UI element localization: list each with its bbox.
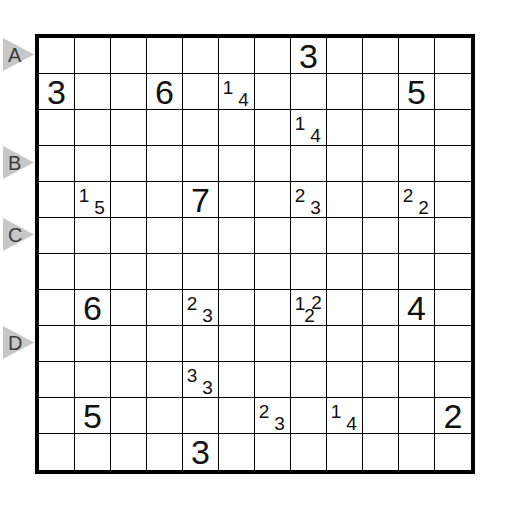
clue-number: 4 [407,291,426,325]
cell-r8c4[interactable] [147,290,183,326]
cell-r7c8[interactable] [291,254,327,290]
cell-r10c5: 33 [183,362,219,398]
cell-r12c6[interactable] [219,434,255,470]
cell-r5c3[interactable] [111,182,147,218]
cell-r1c2[interactable] [75,38,111,74]
cell-r5c2: 15 [75,182,111,218]
cell-r10c12[interactable] [435,362,471,398]
cell-r4c1[interactable] [39,146,75,182]
clue-number-small: 1 [331,402,342,421]
clue-number: 5 [83,399,102,433]
clue-number-small: 3 [202,378,213,397]
clue-number-small: 4 [346,414,357,433]
cell-r8c11: 4 [399,290,435,326]
cell-r6c3[interactable] [111,218,147,254]
cell-r11c12: 2 [435,398,471,434]
cell-r12c7[interactable] [255,434,291,470]
clue-number-small: 4 [310,126,321,145]
cell-r2c1: 3 [39,74,75,110]
cell-r3c10[interactable] [363,110,399,146]
cell-r8c5: 23 [183,290,219,326]
cell-r7c10[interactable] [363,254,399,290]
cell-r5c6[interactable] [219,182,255,218]
cell-r12c3[interactable] [111,434,147,470]
clue-number-small: 2 [418,198,429,217]
cell-r8c9[interactable] [327,290,363,326]
cell-r10c3[interactable] [111,362,147,398]
cell-r2c10[interactable] [363,74,399,110]
clue-number-small: 2 [187,294,198,313]
cell-r10c11[interactable] [399,362,435,398]
cell-r5c11: 22 [399,182,435,218]
cell-r5c8: 23 [291,182,327,218]
cell-r6c2[interactable] [75,218,111,254]
cell-r7c3[interactable] [111,254,147,290]
cell-r4c4[interactable] [147,146,183,182]
cell-r7c1[interactable] [39,254,75,290]
cell-r4c3[interactable] [111,146,147,182]
cell-r11c10[interactable] [363,398,399,434]
cell-r3c3[interactable] [111,110,147,146]
cell-r1c10[interactable] [363,38,399,74]
cell-r4c8[interactable] [291,146,327,182]
clue-number-small: 4 [238,90,249,109]
cell-r4c9[interactable] [327,146,363,182]
cell-r9c10[interactable] [363,326,399,362]
clue-number-small: 3 [274,414,285,433]
cell-r11c3[interactable] [111,398,147,434]
cell-r12c1[interactable] [39,434,75,470]
cell-r6c7[interactable] [255,218,291,254]
cell-r5c5: 7 [183,182,219,218]
cell-r7c2[interactable] [75,254,111,290]
cell-r11c7: 23 [255,398,291,434]
clue-number: 5 [407,75,426,109]
cell-r8c12[interactable] [435,290,471,326]
arrow-letter-d: D [8,331,22,354]
clue-number: 3 [47,75,66,109]
answer-arrow-c: C [3,218,34,251]
answer-arrow-d: D [3,326,34,359]
cell-r3c2[interactable] [75,110,111,146]
cell-r7c5[interactable] [183,254,219,290]
cell-r6c10[interactable] [363,218,399,254]
cell-r8c6[interactable] [219,290,255,326]
cell-r6c8[interactable] [291,218,327,254]
cell-r4c10[interactable] [363,146,399,182]
cell-r11c6[interactable] [219,398,255,434]
cell-r3c12[interactable] [435,110,471,146]
cell-r8c7[interactable] [255,290,291,326]
clue-number-small: 3 [310,198,321,217]
cell-r4c12[interactable] [435,146,471,182]
cell-r1c3[interactable] [111,38,147,74]
cell-r6c11[interactable] [399,218,435,254]
cell-r3c8: 14 [291,110,327,146]
cell-r1c11[interactable] [399,38,435,74]
cell-r10c2[interactable] [75,362,111,398]
cell-r6c6[interactable] [219,218,255,254]
cell-r3c9[interactable] [327,110,363,146]
cell-r9c11[interactable] [399,326,435,362]
cell-r2c2[interactable] [75,74,111,110]
answer-arrow-a: A [3,38,34,71]
arrow-letter-a: A [8,43,21,66]
clue-number: 7 [191,183,210,217]
cell-r3c1[interactable] [39,110,75,146]
cell-r1c4[interactable] [147,38,183,74]
clue-number-small: 2 [403,186,414,205]
cell-r6c4[interactable] [147,218,183,254]
clue-number-small: 3 [187,366,198,385]
clue-number-small: 2 [259,402,270,421]
cell-r11c2: 5 [75,398,111,434]
cell-r5c9[interactable] [327,182,363,218]
cell-r12c8[interactable] [291,434,327,470]
cell-r7c7[interactable] [255,254,291,290]
cell-r10c6[interactable] [219,362,255,398]
cell-r10c4[interactable] [147,362,183,398]
cell-r4c2[interactable] [75,146,111,182]
clue-number-small: 2 [295,186,306,205]
cell-r12c11[interactable] [399,434,435,470]
clue-number-small: 1 [295,114,306,133]
cell-r3c4[interactable] [147,110,183,146]
clue-number: 3 [191,435,210,469]
cell-r1c6[interactable] [219,38,255,74]
cell-r6c1[interactable] [39,218,75,254]
cell-r5c1[interactable] [39,182,75,218]
cell-r4c6[interactable] [219,146,255,182]
cell-r12c5: 3 [183,434,219,470]
cell-r6c12[interactable] [435,218,471,254]
cell-r1c8: 3 [291,38,327,74]
cell-r5c12[interactable] [435,182,471,218]
clue-number-small: 5 [94,198,105,217]
cell-r1c7[interactable] [255,38,291,74]
cell-r8c8: 122 [291,290,327,326]
cell-r2c12[interactable] [435,74,471,110]
cell-r2c4: 6 [147,74,183,110]
clue-number: 6 [83,291,102,325]
cell-r10c1[interactable] [39,362,75,398]
cell-r5c10[interactable] [363,182,399,218]
cell-r12c2[interactable] [75,434,111,470]
cell-r1c12[interactable] [435,38,471,74]
cell-r9c6[interactable] [219,326,255,362]
cell-r10c9[interactable] [327,362,363,398]
cell-r12c10[interactable] [363,434,399,470]
cell-r6c9[interactable] [327,218,363,254]
cell-r4c5[interactable] [183,146,219,182]
cell-r4c11[interactable] [399,146,435,182]
cell-r2c8[interactable] [291,74,327,110]
cell-r11c9: 14 [327,398,363,434]
cell-r2c3[interactable] [111,74,147,110]
cell-r5c7[interactable] [255,182,291,218]
clue-number: 6 [155,75,174,109]
cell-r5c4[interactable] [147,182,183,218]
arrow-letter-c: C [8,223,22,246]
arrow-letter-b: B [8,151,21,174]
cell-r11c4[interactable] [147,398,183,434]
cell-r11c1[interactable] [39,398,75,434]
cell-r2c11: 5 [399,74,435,110]
cell-r9c12[interactable] [435,326,471,362]
cell-r3c7[interactable] [255,110,291,146]
cell-r10c8[interactable] [291,362,327,398]
cell-r8c1[interactable] [39,290,75,326]
cell-r2c6: 14 [219,74,255,110]
cell-r1c9[interactable] [327,38,363,74]
cell-r9c1[interactable] [39,326,75,362]
cell-r2c7[interactable] [255,74,291,110]
clue-number-small: 1 [223,78,234,97]
board: 3361451415723226231224335231423 [35,34,475,474]
cell-r8c2: 6 [75,290,111,326]
cell-r8c10[interactable] [363,290,399,326]
cell-r3c11[interactable] [399,110,435,146]
cell-r6c5[interactable] [183,218,219,254]
cell-r1c5[interactable] [183,38,219,74]
cell-r3c5[interactable] [183,110,219,146]
cell-r7c6[interactable] [219,254,255,290]
cell-r12c9[interactable] [327,434,363,470]
clue-number-small: 3 [202,306,213,325]
clue-number: 2 [444,399,463,433]
cell-r9c3[interactable] [111,326,147,362]
cell-r10c7[interactable] [255,362,291,398]
cell-r7c11[interactable] [399,254,435,290]
cell-r9c4[interactable] [147,326,183,362]
cell-r8c3[interactable] [111,290,147,326]
cell-r7c4[interactable] [147,254,183,290]
clue-number-small: 1 [79,186,90,205]
cell-r4c7[interactable] [255,146,291,182]
clue-number: 3 [299,39,318,73]
cell-r11c11[interactable] [399,398,435,434]
answer-arrow-b: B [3,146,34,179]
cell-r2c9[interactable] [327,74,363,110]
cell-r9c8[interactable] [291,326,327,362]
clue-number-small: 2 [304,306,315,325]
cell-r10c10[interactable] [363,362,399,398]
cell-r9c7[interactable] [255,326,291,362]
cell-r9c9[interactable] [327,326,363,362]
cell-r3c6[interactable] [219,110,255,146]
cell-r9c2[interactable] [75,326,111,362]
cell-r12c4[interactable] [147,434,183,470]
cell-r11c5[interactable] [183,398,219,434]
cell-r1c1[interactable] [39,38,75,74]
cell-r7c9[interactable] [327,254,363,290]
cell-r7c12[interactable] [435,254,471,290]
cell-r9c5[interactable] [183,326,219,362]
cell-r11c8[interactable] [291,398,327,434]
cell-r12c12[interactable] [435,434,471,470]
cell-r2c5[interactable] [183,74,219,110]
